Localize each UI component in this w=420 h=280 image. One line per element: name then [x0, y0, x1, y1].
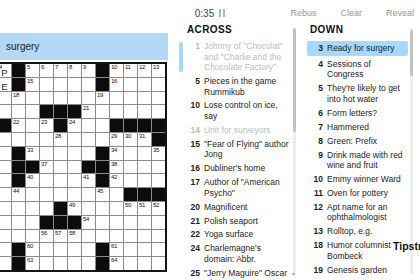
- grid-cell-black: [96, 161, 109, 174]
- clue-text: Johnny of "Chocolat" and "Charlie and th…: [204, 41, 293, 73]
- grid-cell[interactable]: 52: [152, 202, 165, 215]
- clue-item-across-17[interactable]: 17Author of "American Psycho": [187, 177, 293, 198]
- grid-cell[interactable]: 28: [54, 133, 67, 146]
- grid-cell[interactable]: [124, 105, 137, 118]
- grid-cell[interactable]: [138, 216, 151, 229]
- clue-text: "Jerry Maguire" Oscar winner: [204, 268, 293, 280]
- grid-cell-black: [40, 105, 53, 118]
- grid-cell[interactable]: [124, 92, 137, 105]
- clue-item-across-22[interactable]: 22Yoga surface: [187, 229, 293, 240]
- cell-number: 31: [139, 133, 145, 139]
- clue-text: Sessions of Congress: [327, 59, 408, 80]
- grid-cell[interactable]: [82, 202, 95, 215]
- grid-cell[interactable]: [54, 92, 67, 105]
- grid-cell[interactable]: [40, 202, 53, 215]
- grid-cell[interactable]: [12, 216, 25, 229]
- clue-number: 5: [310, 83, 323, 104]
- clue-item-across-10[interactable]: 10Lose control on ice, say: [187, 100, 293, 121]
- cell-number: 21: [83, 105, 89, 111]
- grid-cell[interactable]: 60: [26, 243, 39, 256]
- active-clue-text: surgery: [6, 41, 39, 52]
- grid-cell[interactable]: [124, 78, 137, 91]
- across-header: ACROSS: [187, 24, 293, 35]
- grid-cell[interactable]: 50: [124, 202, 137, 215]
- crossword-app: 0:35 Rebus Clear Reveal surgery 1D2E3P4P…: [0, 0, 420, 280]
- grid-cell[interactable]: [54, 243, 67, 256]
- clue-number: 18: [310, 240, 323, 261]
- clue-item-across-16[interactable]: 16Dubliner's home: [187, 163, 293, 174]
- grid-cell[interactable]: [0, 92, 11, 105]
- grid-cell[interactable]: [110, 216, 123, 229]
- grid-cell[interactable]: [68, 78, 81, 91]
- grid-cell[interactable]: [0, 257, 11, 270]
- grid-cell[interactable]: [26, 188, 39, 201]
- clue-number: 4: [310, 59, 323, 80]
- grid-cell[interactable]: [40, 188, 53, 201]
- grid-cell[interactable]: [124, 147, 137, 160]
- clue-item-across-14[interactable]: 14Unit for surveyors: [187, 125, 293, 136]
- grid-cell-black: [152, 119, 165, 132]
- board-viewport: 1D2E3P4P567891011121314ACRE1516171819202…: [0, 62, 172, 278]
- clue-number: 25: [187, 268, 200, 280]
- grid-cell[interactable]: 42: [110, 174, 123, 187]
- grid-cell[interactable]: [152, 230, 165, 243]
- grid-cell-black: [12, 257, 25, 270]
- clue-text: Lose control on ice, say: [204, 100, 293, 121]
- cell-number: 42: [111, 174, 117, 180]
- grid-cell[interactable]: 44: [12, 188, 25, 201]
- grid-cell[interactable]: [96, 105, 109, 118]
- grid-cell[interactable]: [68, 147, 81, 160]
- grid-cell[interactable]: [124, 174, 137, 187]
- grid-cell-black: [68, 105, 81, 118]
- grid-cell-black: [82, 161, 95, 174]
- grid-cell[interactable]: 15: [26, 78, 39, 91]
- clue-item-down-6[interactable]: 6Form letters?: [310, 108, 408, 119]
- grid-cell[interactable]: [138, 230, 151, 243]
- grid-cell[interactable]: [96, 202, 109, 215]
- grid-cell[interactable]: 34: [110, 147, 123, 160]
- grid-cell[interactable]: [152, 174, 165, 187]
- grid-cell[interactable]: [68, 92, 81, 105]
- ad-fragment-text: Tipstr: [393, 240, 420, 252]
- grid-cell[interactable]: [40, 133, 53, 146]
- grid-cell[interactable]: [82, 133, 95, 146]
- clue-number: 1: [187, 41, 200, 73]
- grid-cell[interactable]: 51: [138, 202, 151, 215]
- clue-item-down-10[interactable]: 10Emmy winner Ward: [310, 174, 408, 185]
- cell-number: 10: [111, 64, 117, 70]
- grid-cell-black: [0, 119, 11, 132]
- grid-cell[interactable]: [40, 174, 53, 187]
- cell-number: 45: [97, 188, 103, 194]
- grid-cell[interactable]: [138, 161, 151, 174]
- grid-cell-black: [26, 161, 39, 174]
- grid-cell-black: [124, 188, 137, 201]
- grid-cell-black: [54, 119, 67, 132]
- grid-cell[interactable]: [96, 119, 109, 132]
- cell-number: 63: [27, 257, 33, 263]
- grid-cell[interactable]: 56: [40, 230, 53, 243]
- grid-cell[interactable]: [82, 188, 95, 201]
- cell-number: 19: [97, 92, 103, 98]
- clue-item-across-20[interactable]: 20Magnificent: [187, 202, 293, 213]
- grid-cell[interactable]: [26, 216, 39, 229]
- grid-cell[interactable]: [12, 133, 25, 146]
- grid-cell[interactable]: [152, 243, 165, 256]
- cell-number: 23: [41, 119, 47, 125]
- grid-cell[interactable]: [26, 202, 39, 215]
- grid-cell[interactable]: [82, 147, 95, 160]
- grid-cell[interactable]: [40, 257, 53, 270]
- clue-text: "Fear of Flying" author Jong: [204, 139, 293, 160]
- cell-number: 8: [69, 64, 72, 70]
- grid-cell[interactable]: [0, 147, 11, 160]
- active-clue-bar[interactable]: surgery: [0, 33, 168, 60]
- grid-cell[interactable]: [40, 92, 53, 105]
- grid-cell[interactable]: [82, 78, 95, 91]
- clue-number: 5: [187, 76, 200, 97]
- grid-cell[interactable]: [96, 230, 109, 243]
- clue-item-down-3[interactable]: 3Ready for surgery: [307, 41, 408, 56]
- scroll-down-arrow-icon[interactable]: ▼: [291, 271, 296, 277]
- grid-cell[interactable]: [12, 230, 25, 243]
- grid-cell[interactable]: [152, 78, 165, 91]
- clue-text: Oven for pottery: [327, 188, 408, 199]
- rebus-button[interactable]: Rebus: [290, 8, 316, 18]
- clue-text: Magnificent: [204, 202, 293, 213]
- clue-item-across-24[interactable]: 24Charlemagne's domain: Abbr.: [187, 243, 293, 264]
- grid-cell[interactable]: [82, 257, 95, 270]
- clue-item-across-5[interactable]: 5Pieces in the game Rummikub: [187, 76, 293, 97]
- grid-cell[interactable]: 11: [124, 64, 137, 77]
- cell-number: 30: [125, 133, 131, 139]
- clue-item-down-12[interactable]: 12Apt name for an ophthalmologist: [310, 202, 408, 223]
- grid-cell[interactable]: 19: [96, 92, 109, 105]
- grid-cell[interactable]: [138, 174, 151, 187]
- grid-cell[interactable]: 64: [110, 257, 123, 270]
- cell-number: 56: [41, 230, 47, 236]
- grid-cell[interactable]: [0, 105, 11, 118]
- grid-cell[interactable]: [68, 174, 81, 187]
- clue-number: 12: [310, 202, 323, 223]
- grid-cell[interactable]: [124, 216, 137, 229]
- grid-cell[interactable]: 12: [138, 64, 151, 77]
- clear-button[interactable]: Clear: [340, 8, 362, 18]
- grid-cell[interactable]: [124, 257, 137, 270]
- grid-cell[interactable]: [54, 174, 67, 187]
- grid-cell-black: [12, 147, 25, 160]
- grid-cell[interactable]: 4P: [0, 64, 11, 77]
- across-scrollbar[interactable]: [293, 28, 296, 274]
- grid-cell[interactable]: [68, 243, 81, 256]
- clue-number: 22: [187, 229, 200, 240]
- grid-cell[interactable]: [82, 230, 95, 243]
- grid-cell[interactable]: 5: [26, 64, 39, 77]
- grid-cell[interactable]: [82, 119, 95, 132]
- clue-text: Author of "American Psycho": [204, 177, 293, 198]
- cell-number: 50: [125, 202, 131, 208]
- grid-cell[interactable]: [82, 92, 95, 105]
- grid-cell[interactable]: [68, 257, 81, 270]
- grid-cell[interactable]: [0, 174, 11, 187]
- clue-item-across-21[interactable]: 21Polish seaport: [187, 216, 293, 227]
- clue-number: 10: [310, 174, 323, 185]
- down-scrollbar-thumb[interactable]: [410, 30, 413, 76]
- grid-cell[interactable]: [110, 188, 123, 201]
- grid-cell-black: [68, 216, 81, 229]
- grid-cell[interactable]: 38: [110, 161, 123, 174]
- clue-item-across-25[interactable]: 25"Jerry Maguire" Oscar winner: [187, 268, 293, 280]
- grid-cell-black: [110, 119, 123, 132]
- cell-number: 33: [27, 147, 33, 153]
- timer: 0:35: [195, 8, 214, 19]
- grid-cell-black: [54, 202, 67, 215]
- grid-cell[interactable]: 37: [40, 161, 53, 174]
- grid-cell[interactable]: [26, 105, 39, 118]
- clue-number: 16: [187, 163, 200, 174]
- grid-cell[interactable]: 6: [40, 64, 53, 77]
- grid-cell-black: [96, 243, 109, 256]
- clue-text: Green: Prefix: [327, 136, 408, 147]
- grid-cell[interactable]: [152, 257, 165, 270]
- grid-cell[interactable]: 8: [68, 64, 81, 77]
- grid-cell[interactable]: [110, 105, 123, 118]
- clue-text: Dubliner's home: [204, 163, 293, 174]
- cell-letter: E: [0, 81, 11, 92]
- cell-number: 58: [69, 230, 75, 236]
- grid-cell-black: [96, 147, 109, 160]
- grid-cell[interactable]: [0, 202, 11, 215]
- grid-cell[interactable]: [138, 257, 151, 270]
- grid-cell[interactable]: [68, 161, 81, 174]
- clue-number: 24: [187, 243, 200, 264]
- across-scrollbar-thumb[interactable]: [293, 28, 296, 132]
- grid-cell[interactable]: [124, 243, 137, 256]
- grid-cell[interactable]: 13: [152, 64, 165, 77]
- clue-text: Pieces in the game Rummikub: [204, 76, 293, 97]
- grid-cell[interactable]: [0, 230, 11, 243]
- grid-cell[interactable]: [138, 78, 151, 91]
- clue-number: 19: [310, 265, 323, 276]
- grid-cell[interactable]: 35: [152, 147, 165, 160]
- grid-cell[interactable]: [0, 243, 11, 256]
- grid-cell[interactable]: [54, 188, 67, 201]
- clue-number: 3: [310, 43, 323, 54]
- clue-text: Emmy winner Ward: [327, 174, 408, 185]
- grid-cell-black: [54, 105, 67, 118]
- grid-cell[interactable]: [12, 202, 25, 215]
- grid-cell[interactable]: 10: [110, 64, 123, 77]
- cell-number: 34: [111, 147, 117, 153]
- grid-cell[interactable]: 9: [82, 64, 95, 77]
- grid-cell[interactable]: 18: [12, 92, 25, 105]
- clue-text: Rolltop, e.g.: [327, 226, 408, 237]
- grid-cell[interactable]: [110, 202, 123, 215]
- grid-cell[interactable]: [54, 78, 67, 91]
- clue-item-down-11[interactable]: 11Oven for pottery: [310, 188, 408, 199]
- clue-item-down-4[interactable]: 4Sessions of Congress: [310, 59, 408, 80]
- grid-cell[interactable]: [54, 147, 67, 160]
- grid-cell-black: [12, 64, 25, 77]
- grid-cell[interactable]: [26, 133, 39, 146]
- clue-number: 21: [187, 216, 200, 227]
- grid-cell[interactable]: [26, 92, 39, 105]
- grid-cell[interactable]: [152, 216, 165, 229]
- cell-number: 44: [13, 188, 19, 194]
- clue-text: Genesis garden: [327, 265, 408, 276]
- clue-number: 20: [187, 202, 200, 213]
- clue-item-across-1[interactable]: 1Johnny of "Chocolat" and "Charlie and t…: [187, 41, 293, 73]
- grid-cell[interactable]: [40, 78, 53, 91]
- grid-cell[interactable]: 22: [12, 119, 25, 132]
- clue-item-down-19[interactable]: 19Genesis garden: [310, 265, 408, 276]
- grid-cell[interactable]: [68, 133, 81, 146]
- grid-cell[interactable]: [138, 243, 151, 256]
- grid-cell[interactable]: [152, 92, 165, 105]
- grid-cell-black: [96, 64, 109, 77]
- grid-cell[interactable]: 30: [124, 133, 137, 146]
- clue-text: Drink made with red wine and fruit: [327, 150, 408, 171]
- grid-cell-black: [96, 257, 109, 270]
- across-list: 1Johnny of "Chocolat" and "Charlie and t…: [187, 41, 293, 280]
- crossword-grid[interactable]: 1D2E3P4P567891011121314ACRE1516171819202…: [0, 62, 167, 272]
- cell-number: 11: [125, 64, 131, 70]
- clue-text: Form letters?: [327, 108, 408, 119]
- grid-cell[interactable]: [54, 161, 67, 174]
- grid-cell[interactable]: E: [0, 78, 11, 91]
- grid-cell[interactable]: [138, 147, 151, 160]
- clue-number: 8: [310, 136, 323, 147]
- grid-cell-black: [40, 216, 53, 229]
- cell-number: 57: [55, 230, 61, 236]
- grid-cell[interactable]: [68, 188, 81, 201]
- grid-cell[interactable]: [152, 161, 165, 174]
- grid-cell[interactable]: [12, 105, 25, 118]
- cell-number: 38: [111, 161, 117, 167]
- grid-cell-black: [12, 161, 25, 174]
- grid-cell[interactable]: 49: [68, 202, 81, 215]
- grid-cell[interactable]: [124, 230, 137, 243]
- grid-cell-black: [124, 119, 137, 132]
- cell-number: 22: [13, 119, 19, 125]
- clue-number: 17: [187, 177, 200, 198]
- clue-text: They're likely to get into hot water: [327, 83, 408, 104]
- grid-cell-black: [138, 188, 151, 201]
- clue-number: 9: [310, 150, 323, 171]
- grid-cell[interactable]: 54: [82, 216, 95, 229]
- grid-cell[interactable]: [138, 92, 151, 105]
- grid-cell-black: [96, 174, 109, 187]
- grid-cell[interactable]: [26, 119, 39, 132]
- clue-number: 10: [187, 100, 200, 121]
- cell-number: 54: [83, 216, 89, 222]
- clue-text: Hammered: [327, 122, 408, 133]
- clue-item-across-15[interactable]: 15"Fear of Flying" author Jong: [187, 139, 293, 160]
- cell-letter: P: [0, 67, 11, 78]
- clue-item-down-7[interactable]: 7Hammered: [310, 122, 408, 133]
- cell-number: 7: [55, 64, 58, 70]
- cell-number: 24: [69, 119, 75, 125]
- clue-item-down-5[interactable]: 5They're likely to get into hot water: [310, 83, 408, 104]
- cell-number: 64: [111, 257, 117, 263]
- cell-number: 37: [41, 161, 47, 167]
- clue-number: 14: [187, 125, 200, 136]
- grid-cell[interactable]: [0, 188, 11, 201]
- grid-cell[interactable]: [0, 216, 11, 229]
- clue-item-down-13[interactable]: 13Rolltop, e.g.: [310, 226, 408, 237]
- grid-cell[interactable]: [96, 216, 109, 229]
- grid-cell[interactable]: [152, 105, 165, 118]
- cell-number: 13: [153, 64, 159, 70]
- pause-icon[interactable]: [219, 9, 225, 17]
- clue-text: Polish seaport: [204, 216, 293, 227]
- grid-cell-black: [12, 243, 25, 256]
- cell-number: 61: [111, 243, 117, 249]
- grid-cell[interactable]: 45: [96, 188, 109, 201]
- clue-item-down-9[interactable]: 9Drink made with red wine and fruit: [310, 150, 408, 171]
- cell-number: 41: [83, 174, 89, 180]
- cell-number: 60: [27, 243, 33, 249]
- grid-cell[interactable]: 63: [26, 257, 39, 270]
- grid-cell[interactable]: [0, 161, 11, 174]
- grid-cell-black: [12, 174, 25, 187]
- grid-cell[interactable]: 24: [68, 119, 81, 132]
- clue-number: 15: [187, 139, 200, 160]
- cell-number: 28: [55, 133, 61, 139]
- grid-cell-black: [12, 78, 25, 91]
- clue-item-down-8[interactable]: 8Green: Prefix: [310, 136, 408, 147]
- grid-cell[interactable]: 31: [138, 133, 151, 146]
- grid-cell[interactable]: 16: [110, 78, 123, 91]
- grid-cell[interactable]: [40, 243, 53, 256]
- grid-cell-black: [54, 216, 67, 229]
- grid-cell[interactable]: 41: [82, 174, 95, 187]
- grid-cell[interactable]: 33: [26, 147, 39, 160]
- grid-cell[interactable]: 29: [110, 133, 123, 146]
- clue-text: Ready for surgery: [327, 43, 406, 54]
- clue-text: Charlemagne's domain: Abbr.: [204, 243, 293, 264]
- cell-number: 40: [27, 174, 33, 180]
- reveal-button[interactable]: Reveal: [386, 8, 414, 18]
- clue-number: 11: [310, 188, 323, 199]
- grid-cell[interactable]: [96, 133, 109, 146]
- grid-cell[interactable]: [110, 230, 123, 243]
- down-scrollbar[interactable]: [410, 28, 413, 274]
- grid-cell[interactable]: [138, 105, 151, 118]
- grid-cell[interactable]: [124, 161, 137, 174]
- grid-cell[interactable]: 58: [68, 230, 81, 243]
- grid-cell[interactable]: [40, 147, 53, 160]
- grid-cell[interactable]: 61: [110, 243, 123, 256]
- down-header: DOWN: [310, 24, 408, 35]
- toolbar: 0:35 Rebus Clear Reveal: [0, 0, 420, 26]
- grid-cell[interactable]: [26, 230, 39, 243]
- cell-number: 35: [153, 147, 159, 153]
- cell-number: 49: [69, 202, 75, 208]
- across-panel: ACROSS 1Johnny of "Chocolat" and "Charli…: [179, 24, 293, 280]
- grid-cell[interactable]: 23: [40, 119, 53, 132]
- grid-cell[interactable]: 57: [54, 230, 67, 243]
- grid-cell[interactable]: 40: [26, 174, 39, 187]
- grid-cell[interactable]: 21: [82, 105, 95, 118]
- grid-cell[interactable]: [0, 133, 11, 146]
- grid-cell[interactable]: [54, 257, 67, 270]
- grid-cell[interactable]: 7: [54, 64, 67, 77]
- grid-cell[interactable]: [82, 243, 95, 256]
- grid-cell[interactable]: [110, 92, 123, 105]
- grid-cell-black: [96, 78, 109, 91]
